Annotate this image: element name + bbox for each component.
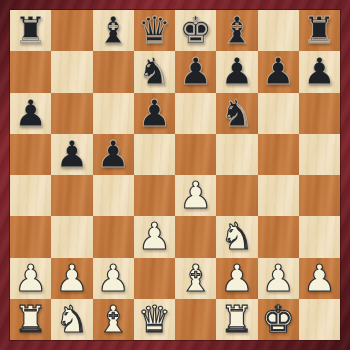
square-d2[interactable] [134, 258, 175, 299]
piece-white-pawn[interactable]: ♟ [138, 218, 171, 255]
piece-white-pawn[interactable]: ♟ [262, 260, 295, 297]
square-e6[interactable] [175, 93, 216, 134]
square-b3[interactable] [51, 216, 92, 257]
square-f5[interactable] [216, 134, 257, 175]
piece-black-pawn[interactable]: ♟ [55, 136, 88, 173]
piece-white-knight[interactable]: ♞ [55, 301, 88, 338]
square-e8[interactable]: ♚ [175, 10, 216, 51]
piece-white-rook[interactable]: ♜ [220, 301, 253, 338]
square-c2[interactable]: ♟ [93, 258, 134, 299]
square-a4[interactable] [10, 175, 51, 216]
piece-white-pawn[interactable]: ♟ [55, 260, 88, 297]
square-b8[interactable] [51, 10, 92, 51]
piece-black-pawn[interactable]: ♟ [97, 136, 130, 173]
square-d1[interactable]: ♛ [134, 299, 175, 340]
square-e1[interactable] [175, 299, 216, 340]
square-d3[interactable]: ♟ [134, 216, 175, 257]
square-a7[interactable] [10, 51, 51, 92]
square-h8[interactable]: ♜ [299, 10, 340, 51]
piece-white-pawn[interactable]: ♟ [303, 260, 336, 297]
piece-white-queen[interactable]: ♛ [138, 301, 171, 338]
square-a5[interactable] [10, 134, 51, 175]
square-e4[interactable]: ♟ [175, 175, 216, 216]
piece-black-pawn[interactable]: ♟ [179, 53, 212, 90]
square-h7[interactable]: ♟ [299, 51, 340, 92]
square-e3[interactable] [175, 216, 216, 257]
piece-white-pawn[interactable]: ♟ [97, 260, 130, 297]
square-g7[interactable]: ♟ [258, 51, 299, 92]
piece-black-pawn[interactable]: ♟ [303, 53, 336, 90]
square-b1[interactable]: ♞ [51, 299, 92, 340]
square-f8[interactable]: ♝ [216, 10, 257, 51]
square-c8[interactable]: ♝ [93, 10, 134, 51]
square-g4[interactable] [258, 175, 299, 216]
square-f3[interactable]: ♞ [216, 216, 257, 257]
piece-black-king[interactable]: ♚ [179, 12, 212, 49]
piece-black-bishop[interactable]: ♝ [97, 12, 130, 49]
square-h1[interactable] [299, 299, 340, 340]
square-b4[interactable] [51, 175, 92, 216]
square-c6[interactable] [93, 93, 134, 134]
square-b6[interactable] [51, 93, 92, 134]
square-f7[interactable]: ♟ [216, 51, 257, 92]
square-c4[interactable] [93, 175, 134, 216]
piece-black-knight[interactable]: ♞ [138, 53, 171, 90]
piece-black-queen[interactable]: ♛ [138, 12, 171, 49]
chess-board[interactable]: ♜♝♛♚♝♜♞♟♟♟♟♟♟♞♟♟♟♟♞♟♟♟♝♟♟♟♜♞♝♛♜♚ [10, 10, 340, 340]
square-g8[interactable] [258, 10, 299, 51]
square-a6[interactable]: ♟ [10, 93, 51, 134]
piece-white-knight[interactable]: ♞ [220, 218, 253, 255]
square-f1[interactable]: ♜ [216, 299, 257, 340]
square-g2[interactable]: ♟ [258, 258, 299, 299]
square-f4[interactable] [216, 175, 257, 216]
square-e7[interactable]: ♟ [175, 51, 216, 92]
square-e2[interactable]: ♝ [175, 258, 216, 299]
piece-white-pawn[interactable]: ♟ [179, 177, 212, 214]
piece-black-rook[interactable]: ♜ [303, 12, 336, 49]
piece-white-bishop[interactable]: ♝ [97, 301, 130, 338]
square-d5[interactable] [134, 134, 175, 175]
square-e5[interactable] [175, 134, 216, 175]
square-h3[interactable] [299, 216, 340, 257]
square-b7[interactable] [51, 51, 92, 92]
square-g6[interactable] [258, 93, 299, 134]
square-c5[interactable]: ♟ [93, 134, 134, 175]
piece-white-pawn[interactable]: ♟ [220, 260, 253, 297]
square-b5[interactable]: ♟ [51, 134, 92, 175]
piece-black-pawn[interactable]: ♟ [220, 53, 253, 90]
piece-black-bishop[interactable]: ♝ [220, 12, 253, 49]
square-g5[interactable] [258, 134, 299, 175]
square-d6[interactable]: ♟ [134, 93, 175, 134]
square-c1[interactable]: ♝ [93, 299, 134, 340]
piece-black-knight[interactable]: ♞ [220, 95, 253, 132]
square-c7[interactable] [93, 51, 134, 92]
square-f6[interactable]: ♞ [216, 93, 257, 134]
square-a1[interactable]: ♜ [10, 299, 51, 340]
square-h6[interactable] [299, 93, 340, 134]
piece-black-pawn[interactable]: ♟ [14, 95, 47, 132]
square-h4[interactable] [299, 175, 340, 216]
square-d8[interactable]: ♛ [134, 10, 175, 51]
square-c3[interactable] [93, 216, 134, 257]
square-g1[interactable]: ♚ [258, 299, 299, 340]
square-d7[interactable]: ♞ [134, 51, 175, 92]
piece-black-pawn[interactable]: ♟ [138, 95, 171, 132]
piece-white-rook[interactable]: ♜ [14, 301, 47, 338]
piece-black-pawn[interactable]: ♟ [262, 53, 295, 90]
piece-black-rook[interactable]: ♜ [14, 12, 47, 49]
square-b2[interactable]: ♟ [51, 258, 92, 299]
square-f2[interactable]: ♟ [216, 258, 257, 299]
piece-white-king[interactable]: ♚ [262, 301, 295, 338]
square-h5[interactable] [299, 134, 340, 175]
piece-white-pawn[interactable]: ♟ [14, 260, 47, 297]
square-g3[interactable] [258, 216, 299, 257]
square-a2[interactable]: ♟ [10, 258, 51, 299]
square-h2[interactable]: ♟ [299, 258, 340, 299]
square-a8[interactable]: ♜ [10, 10, 51, 51]
square-d4[interactable] [134, 175, 175, 216]
board-frame: ♜♝♛♚♝♜♞♟♟♟♟♟♟♞♟♟♟♟♞♟♟♟♝♟♟♟♜♞♝♛♜♚ [0, 0, 350, 350]
square-a3[interactable] [10, 216, 51, 257]
piece-white-bishop[interactable]: ♝ [179, 260, 212, 297]
